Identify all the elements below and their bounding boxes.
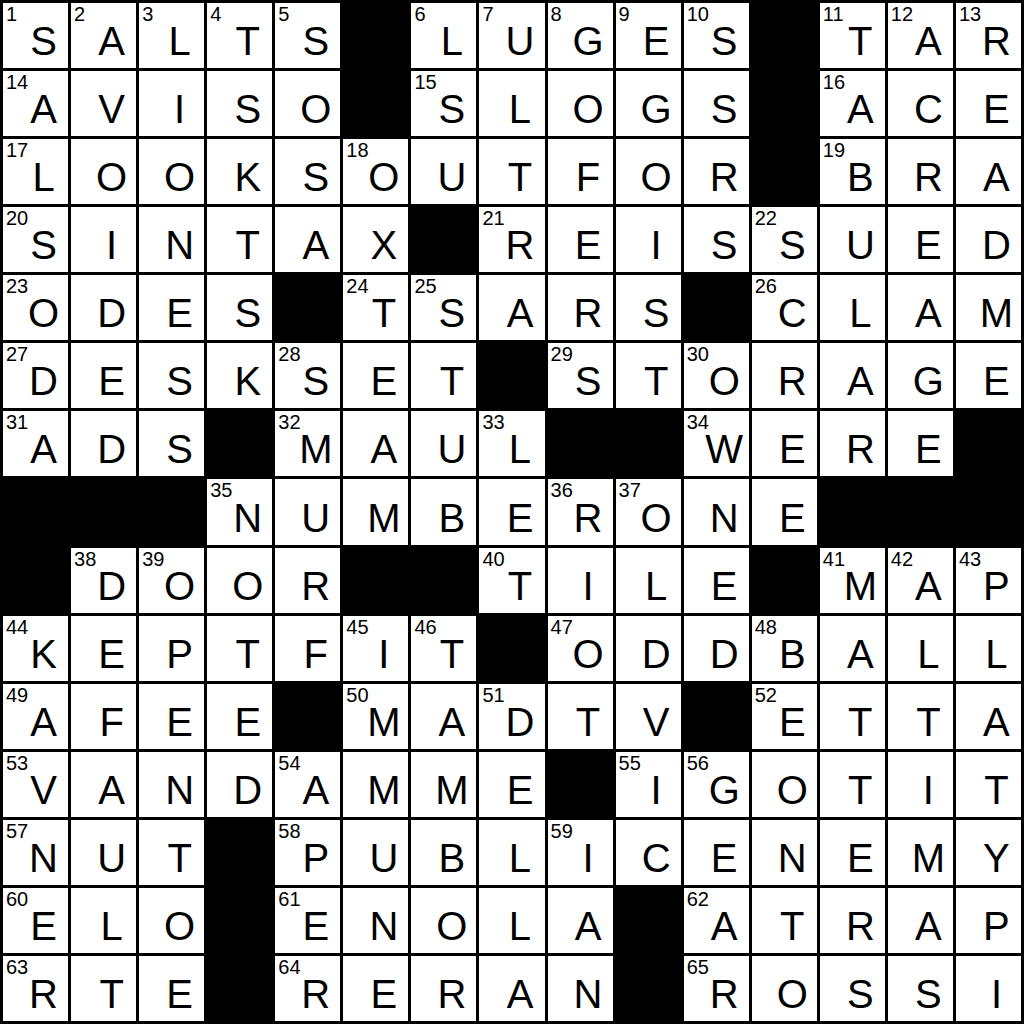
cell-r13c15[interactable]: Y [956,820,1021,885]
cell-letter: O [624,157,681,197]
cell-r4c1[interactable]: 20S [3,207,68,272]
cell-r4c10[interactable]: I [616,207,681,272]
cell-r13c12[interactable]: N [752,820,817,885]
cell-r15c7[interactable]: R [411,956,476,1021]
cell-r5c6[interactable]: 24T [343,275,408,340]
cell-letter: O [624,498,681,538]
cell-letter: S [419,89,476,129]
cell-r1c10[interactable]: 9E [616,3,681,68]
cell-letter: E [896,429,953,469]
cell-r1c1[interactable]: 1S [3,3,68,68]
cell-letter: I [351,634,408,674]
cell-r5c4[interactable]: S [207,275,272,340]
cell-r10c6[interactable]: 45I [343,616,408,681]
cell-r4c6[interactable]: X [343,207,408,272]
cell-r10c7[interactable]: 46T [411,616,476,681]
cell-r12c6[interactable]: M [343,752,408,817]
cell-r8c4[interactable]: 35N [207,479,272,544]
cell-letter: E [760,702,817,742]
cell-letter: L [147,21,204,61]
cell-r3c15[interactable]: A [956,139,1021,204]
cell-r15c5[interactable]: 64R [275,956,340,1021]
cell-r7c2[interactable]: D [71,411,136,476]
cell-r12c4[interactable]: D [207,752,272,817]
cell-letter: R [283,974,340,1014]
cell-r3c13[interactable]: 19B [820,139,885,204]
cell-r11c13[interactable]: T [820,684,885,749]
cell-r9c10[interactable]: L [616,548,681,613]
cell-r1c8[interactable]: 7U [479,3,544,68]
cell-r11c6[interactable]: 50M [343,684,408,749]
cell-r12c2[interactable]: A [71,752,136,817]
cell-r6c7[interactable]: T [411,343,476,408]
cell-r5c1[interactable]: 23O [3,275,68,340]
cell-r14c15[interactable]: P [956,888,1021,953]
black-cell-r2c6 [343,71,408,136]
cell-r12c12[interactable]: O [752,752,817,817]
cell-r13c10[interactable]: C [616,820,681,885]
cell-letter: T [351,293,408,333]
cell-r13c14[interactable]: M [888,820,953,885]
cell-r9c9[interactable]: I [548,548,613,613]
cell-letter: X [351,225,408,265]
cell-r11c3[interactable]: E [139,684,204,749]
cell-letter: O [147,566,204,606]
cell-r10c5[interactable]: F [275,616,340,681]
cell-r5c12[interactable]: 26C [752,275,817,340]
cell-r13c7[interactable]: B [411,820,476,885]
cell-r10c15[interactable]: L [956,616,1021,681]
cell-letter: M [419,770,476,810]
cell-letter: L [11,157,68,197]
cell-r3c1[interactable]: 17L [3,139,68,204]
cell-r8c8[interactable]: E [479,479,544,544]
cell-letter: O [147,906,204,946]
cell-letter: D [79,293,136,333]
cell-r7c6[interactable]: A [343,411,408,476]
cell-r9c11[interactable]: E [684,548,749,613]
cell-r2c1[interactable]: 14A [3,71,68,136]
cell-letter: N [215,498,272,538]
cell-r13c11[interactable]: E [684,820,749,885]
cell-r11c1[interactable]: 49A [3,684,68,749]
cell-letter: P [964,566,1021,606]
cell-r5c7[interactable]: 25S [411,275,476,340]
cell-letter: S [215,89,272,129]
cell-r4c4[interactable]: T [207,207,272,272]
cell-letter: N [760,838,817,878]
cell-r9c15[interactable]: 43P [956,548,1021,613]
cell-letter: N [11,838,68,878]
cell-letter: O [760,770,817,810]
cell-letter: E [147,974,204,1014]
cell-r12c1[interactable]: 53V [3,752,68,817]
cell-r11c12[interactable]: 52E [752,684,817,749]
cell-r4c12[interactable]: 22S [752,207,817,272]
cell-letter: G [692,770,749,810]
cell-letter: A [419,702,476,742]
cell-r11c4[interactable]: E [207,684,272,749]
cell-letter: S [828,974,885,1014]
cell-r1c3[interactable]: 3L [139,3,204,68]
cell-r15c15[interactable]: I [956,956,1021,1021]
cell-r3c7[interactable]: U [411,139,476,204]
cell-letter: A [964,157,1021,197]
cell-r2c5[interactable]: O [275,71,340,136]
cell-r13c9[interactable]: 59I [548,820,613,885]
cell-r9c13[interactable]: 41M [820,548,885,613]
cell-r7c12[interactable]: E [752,411,817,476]
cell-letter: E [79,361,136,401]
cell-r7c5[interactable]: 32M [275,411,340,476]
cell-letter: E [624,21,681,61]
cell-letter: A [351,429,408,469]
cell-r10c13[interactable]: A [820,616,885,681]
cell-r7c14[interactable]: E [888,411,953,476]
cell-r4c5[interactable]: A [275,207,340,272]
cell-r2c7[interactable]: 15S [411,71,476,136]
cell-r12c13[interactable]: T [820,752,885,817]
cell-letter: E [351,974,408,1014]
cell-letter: P [283,838,340,878]
cell-letter: U [79,838,136,878]
cell-r4c9[interactable]: E [548,207,613,272]
cell-letter: O [556,89,613,129]
cell-r3c11[interactable]: R [684,139,749,204]
cell-letter: T [828,21,885,61]
cell-r8c9[interactable]: 36R [548,479,613,544]
cell-r7c11[interactable]: 34W [684,411,749,476]
cell-letter: T [964,770,1021,810]
cell-r14c14[interactable]: A [888,888,953,953]
cell-letter: U [351,838,408,878]
cell-r4c13[interactable]: U [820,207,885,272]
black-cell-r11c11 [684,684,749,749]
cell-r1c2[interactable]: 2A [71,3,136,68]
cell-r6c9[interactable]: 29S [548,343,613,408]
cell-r13c2[interactable]: U [71,820,136,885]
cell-r14c2[interactable]: L [71,888,136,953]
cell-r11c8[interactable]: 51D [479,684,544,749]
cell-r15c9[interactable]: N [548,956,613,1021]
cell-letter: R [556,498,613,538]
cell-r1c11[interactable]: 10S [684,3,749,68]
cell-r15c8[interactable]: A [479,956,544,1021]
cell-letter: I [896,770,953,810]
cell-letter: K [215,361,272,401]
black-cell-r8c1 [3,479,68,544]
cell-letter: K [11,634,68,674]
cell-r12c10[interactable]: 55I [616,752,681,817]
cell-r6c3[interactable]: S [139,343,204,408]
cell-letter: A [896,566,953,606]
cell-r2c11[interactable]: S [684,71,749,136]
cell-letter: T [487,566,544,606]
cell-letter: S [11,21,68,61]
cell-r10c10[interactable]: D [616,616,681,681]
cell-r2c9[interactable]: O [548,71,613,136]
cell-r5c8[interactable]: A [479,275,544,340]
cell-r12c14[interactable]: I [888,752,953,817]
cell-r14c12[interactable]: T [752,888,817,953]
cell-letter: E [79,634,136,674]
cell-r8c11[interactable]: N [684,479,749,544]
cell-letter: V [79,89,136,129]
black-cell-r7c15 [956,411,1021,476]
cell-letter: P [964,906,1021,946]
cell-r9c4[interactable]: O [207,548,272,613]
cell-letter: O [215,566,272,606]
cell-r9c5[interactable]: R [275,548,340,613]
cell-r9c8[interactable]: 40T [479,548,544,613]
cell-letter: E [351,361,408,401]
cell-r13c13[interactable]: E [820,820,885,885]
cell-r8c10[interactable]: 37O [616,479,681,544]
cell-letter: R [11,974,68,1014]
cell-r4c3[interactable]: N [139,207,204,272]
black-cell-r7c9 [548,411,613,476]
cell-r7c7[interactable]: U [411,411,476,476]
cell-letter: R [692,974,749,1014]
cell-letter: L [896,634,953,674]
cell-r5c3[interactable]: E [139,275,204,340]
cell-r1c15[interactable]: 13R [956,3,1021,68]
cell-r10c1[interactable]: 44K [3,616,68,681]
cell-letter: O [11,293,68,333]
cell-r13c3[interactable]: T [139,820,204,885]
cell-r9c3[interactable]: 39O [139,548,204,613]
cell-r10c12[interactable]: 48B [752,616,817,681]
cell-r1c14[interactable]: 12A [888,3,953,68]
cell-r3c5[interactable]: S [275,139,340,204]
cell-r3c8[interactable]: T [479,139,544,204]
cell-r14c11[interactable]: 62A [684,888,749,953]
cell-r15c3[interactable]: E [139,956,204,1021]
cell-r15c2[interactable]: T [71,956,136,1021]
cell-r5c10[interactable]: S [616,275,681,340]
cell-r5c14[interactable]: A [888,275,953,340]
cell-r3c3[interactable]: O [139,139,204,204]
cell-letter: E [828,838,885,878]
cell-r8c6[interactable]: M [343,479,408,544]
cell-letter: C [896,89,953,129]
cell-letter: E [11,906,68,946]
cell-letter: A [828,634,885,674]
cell-r11c9[interactable]: T [548,684,613,749]
cell-r10c4[interactable]: T [207,616,272,681]
cell-r1c13[interactable]: 11T [820,3,885,68]
cell-r4c2[interactable]: I [71,207,136,272]
cell-r6c5[interactable]: 28S [275,343,340,408]
black-cell-r4c7 [411,207,476,272]
cell-r8c5[interactable]: U [275,479,340,544]
cell-r2c15[interactable]: E [956,71,1021,136]
cell-r15c12[interactable]: O [752,956,817,1021]
cell-r5c13[interactable]: L [820,275,885,340]
cell-r6c14[interactable]: G [888,343,953,408]
cell-letter: T [147,838,204,878]
cell-r4c8[interactable]: 21R [479,207,544,272]
cell-r6c6[interactable]: E [343,343,408,408]
cell-r13c1[interactable]: 57N [3,820,68,885]
black-cell-r2c12 [752,71,817,136]
cell-letter: A [283,770,340,810]
cell-r6c1[interactable]: 27D [3,343,68,408]
cell-r9c14[interactable]: 42A [888,548,953,613]
cell-r14c3[interactable]: O [139,888,204,953]
cell-r11c10[interactable]: V [616,684,681,749]
black-cell-r8c13 [820,479,885,544]
cell-letter: A [79,21,136,61]
cell-letter: V [11,770,68,810]
cell-r15c1[interactable]: 63R [3,956,68,1021]
cell-letter: F [556,157,613,197]
cell-r1c7[interactable]: 6L [411,3,476,68]
cell-r2c8[interactable]: L [479,71,544,136]
cell-letter: S [283,157,340,197]
cell-r6c13[interactable]: A [820,343,885,408]
cell-r6c10[interactable]: T [616,343,681,408]
cell-letter: R [896,157,953,197]
cell-r13c8[interactable]: L [479,820,544,885]
cell-letter: G [556,21,613,61]
cell-r11c14[interactable]: T [888,684,953,749]
cell-letter: I [624,225,681,265]
cell-r14c5[interactable]: 61E [275,888,340,953]
cell-letter: E [283,906,340,946]
black-cell-r9c12 [752,548,817,613]
cell-r3c9[interactable]: F [548,139,613,204]
cell-r15c11[interactable]: 65R [684,956,749,1021]
cell-letter: E [692,566,749,606]
cell-letter: E [964,361,1021,401]
cell-r10c14[interactable]: L [888,616,953,681]
cell-r12c8[interactable]: E [479,752,544,817]
cell-letter: O [419,906,476,946]
cell-r3c6[interactable]: 18O [343,139,408,204]
cell-r6c2[interactable]: E [71,343,136,408]
cell-r5c2[interactable]: D [71,275,136,340]
cell-letter: T [556,702,613,742]
cell-r14c7[interactable]: O [411,888,476,953]
cell-r8c7[interactable]: B [411,479,476,544]
cell-letter: A [11,702,68,742]
cell-r3c10[interactable]: O [616,139,681,204]
cell-r2c10[interactable]: G [616,71,681,136]
cell-letter: S [283,361,340,401]
cell-r11c2[interactable]: F [71,684,136,749]
cell-r2c3[interactable]: I [139,71,204,136]
cell-letter: B [419,498,476,538]
cell-r1c4[interactable]: 4T [207,3,272,68]
cell-r13c5[interactable]: 58P [275,820,340,885]
cell-r4c11[interactable]: S [684,207,749,272]
cell-letter: T [624,361,681,401]
cell-letter: D [692,634,749,674]
cell-r6c15[interactable]: E [956,343,1021,408]
cell-r10c3[interactable]: P [139,616,204,681]
cell-letter: G [624,89,681,129]
cell-r15c6[interactable]: E [343,956,408,1021]
cell-r6c11[interactable]: 30O [684,343,749,408]
cell-r10c2[interactable]: E [71,616,136,681]
cell-r2c4[interactable]: S [207,71,272,136]
cell-r13c6[interactable]: U [343,820,408,885]
cell-r7c8[interactable]: 33L [479,411,544,476]
cell-letter: E [487,770,544,810]
cell-letter: C [760,293,817,333]
cell-letter: T [828,702,885,742]
cell-letter: I [624,770,681,810]
cell-r12c3[interactable]: N [139,752,204,817]
cell-r6c4[interactable]: K [207,343,272,408]
cell-r12c5[interactable]: 54A [275,752,340,817]
cell-r2c2[interactable]: V [71,71,136,136]
cell-r1c9[interactable]: 8G [548,3,613,68]
cell-r12c7[interactable]: M [411,752,476,817]
cell-r11c15[interactable]: A [956,684,1021,749]
cell-r9c2[interactable]: 38D [71,548,136,613]
cell-r15c14[interactable]: S [888,956,953,1021]
black-cell-r5c5 [275,275,340,340]
cell-r1c5[interactable]: 5S [275,3,340,68]
cell-r6c12[interactable]: R [752,343,817,408]
cell-letter: A [11,429,68,469]
cell-r7c1[interactable]: 31A [3,411,68,476]
cell-letter: L [487,429,544,469]
cell-r10c11[interactable]: D [684,616,749,681]
cell-r12c15[interactable]: T [956,752,1021,817]
cell-r4c15[interactable]: D [956,207,1021,272]
cell-r14c13[interactable]: R [820,888,885,953]
cell-letter: B [419,838,476,878]
cell-r3c2[interactable]: O [71,139,136,204]
black-cell-r8c15 [956,479,1021,544]
black-cell-r7c10 [616,411,681,476]
black-cell-r3c12 [752,139,817,204]
cell-r3c4[interactable]: K [207,139,272,204]
cell-r10c9[interactable]: 47O [548,616,613,681]
cell-r4c14[interactable]: E [888,207,953,272]
cell-letter: L [624,566,681,606]
cell-r5c15[interactable]: M [956,275,1021,340]
cell-r15c13[interactable]: S [820,956,885,1021]
cell-r11c7[interactable]: A [411,684,476,749]
black-cell-r15c4 [207,956,272,1021]
cell-letter: D [79,566,136,606]
cell-r2c14[interactable]: C [888,71,953,136]
cell-r8c12[interactable]: E [752,479,817,544]
cell-letter: D [964,225,1021,265]
cell-r14c1[interactable]: 60E [3,888,68,953]
cell-r5c9[interactable]: R [548,275,613,340]
cell-letter: U [828,225,885,265]
cell-r2c13[interactable]: 16A [820,71,885,136]
cell-r7c13[interactable]: R [820,411,885,476]
cell-r14c8[interactable]: L [479,888,544,953]
cell-r7c3[interactable]: S [139,411,204,476]
black-cell-r7c4 [207,411,272,476]
cell-r14c6[interactable]: N [343,888,408,953]
cell-letter: M [351,702,408,742]
cell-letter: M [351,770,408,810]
cell-r3c14[interactable]: R [888,139,953,204]
cell-r14c9[interactable]: A [548,888,613,953]
cell-letter: A [556,906,613,946]
black-cell-r5c11 [684,275,749,340]
cell-r12c11[interactable]: 56G [684,752,749,817]
cell-letter: B [760,634,817,674]
